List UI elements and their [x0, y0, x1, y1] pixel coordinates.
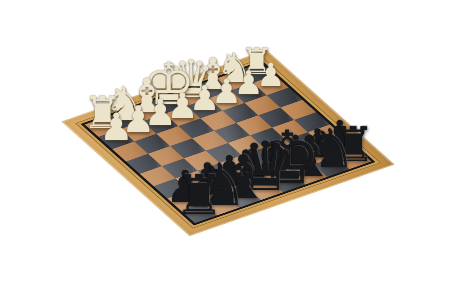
- chess-set-photo: ♜♞♝♚♛♝♞♜♟♟♟♟♟♟♟♟♟♟♟♟♟♟♟♟♜♞♝♛♚♝♞♜: [0, 0, 450, 301]
- black-rook[interactable]: ♜: [174, 168, 223, 223]
- white-pawn[interactable]: ♟: [100, 109, 134, 147]
- chess-box-scene: ♜♞♝♚♛♝♞♜♟♟♟♟♟♟♟♟♟♟♟♟♟♟♟♟♜♞♝♛♚♝♞♜: [0, 0, 450, 301]
